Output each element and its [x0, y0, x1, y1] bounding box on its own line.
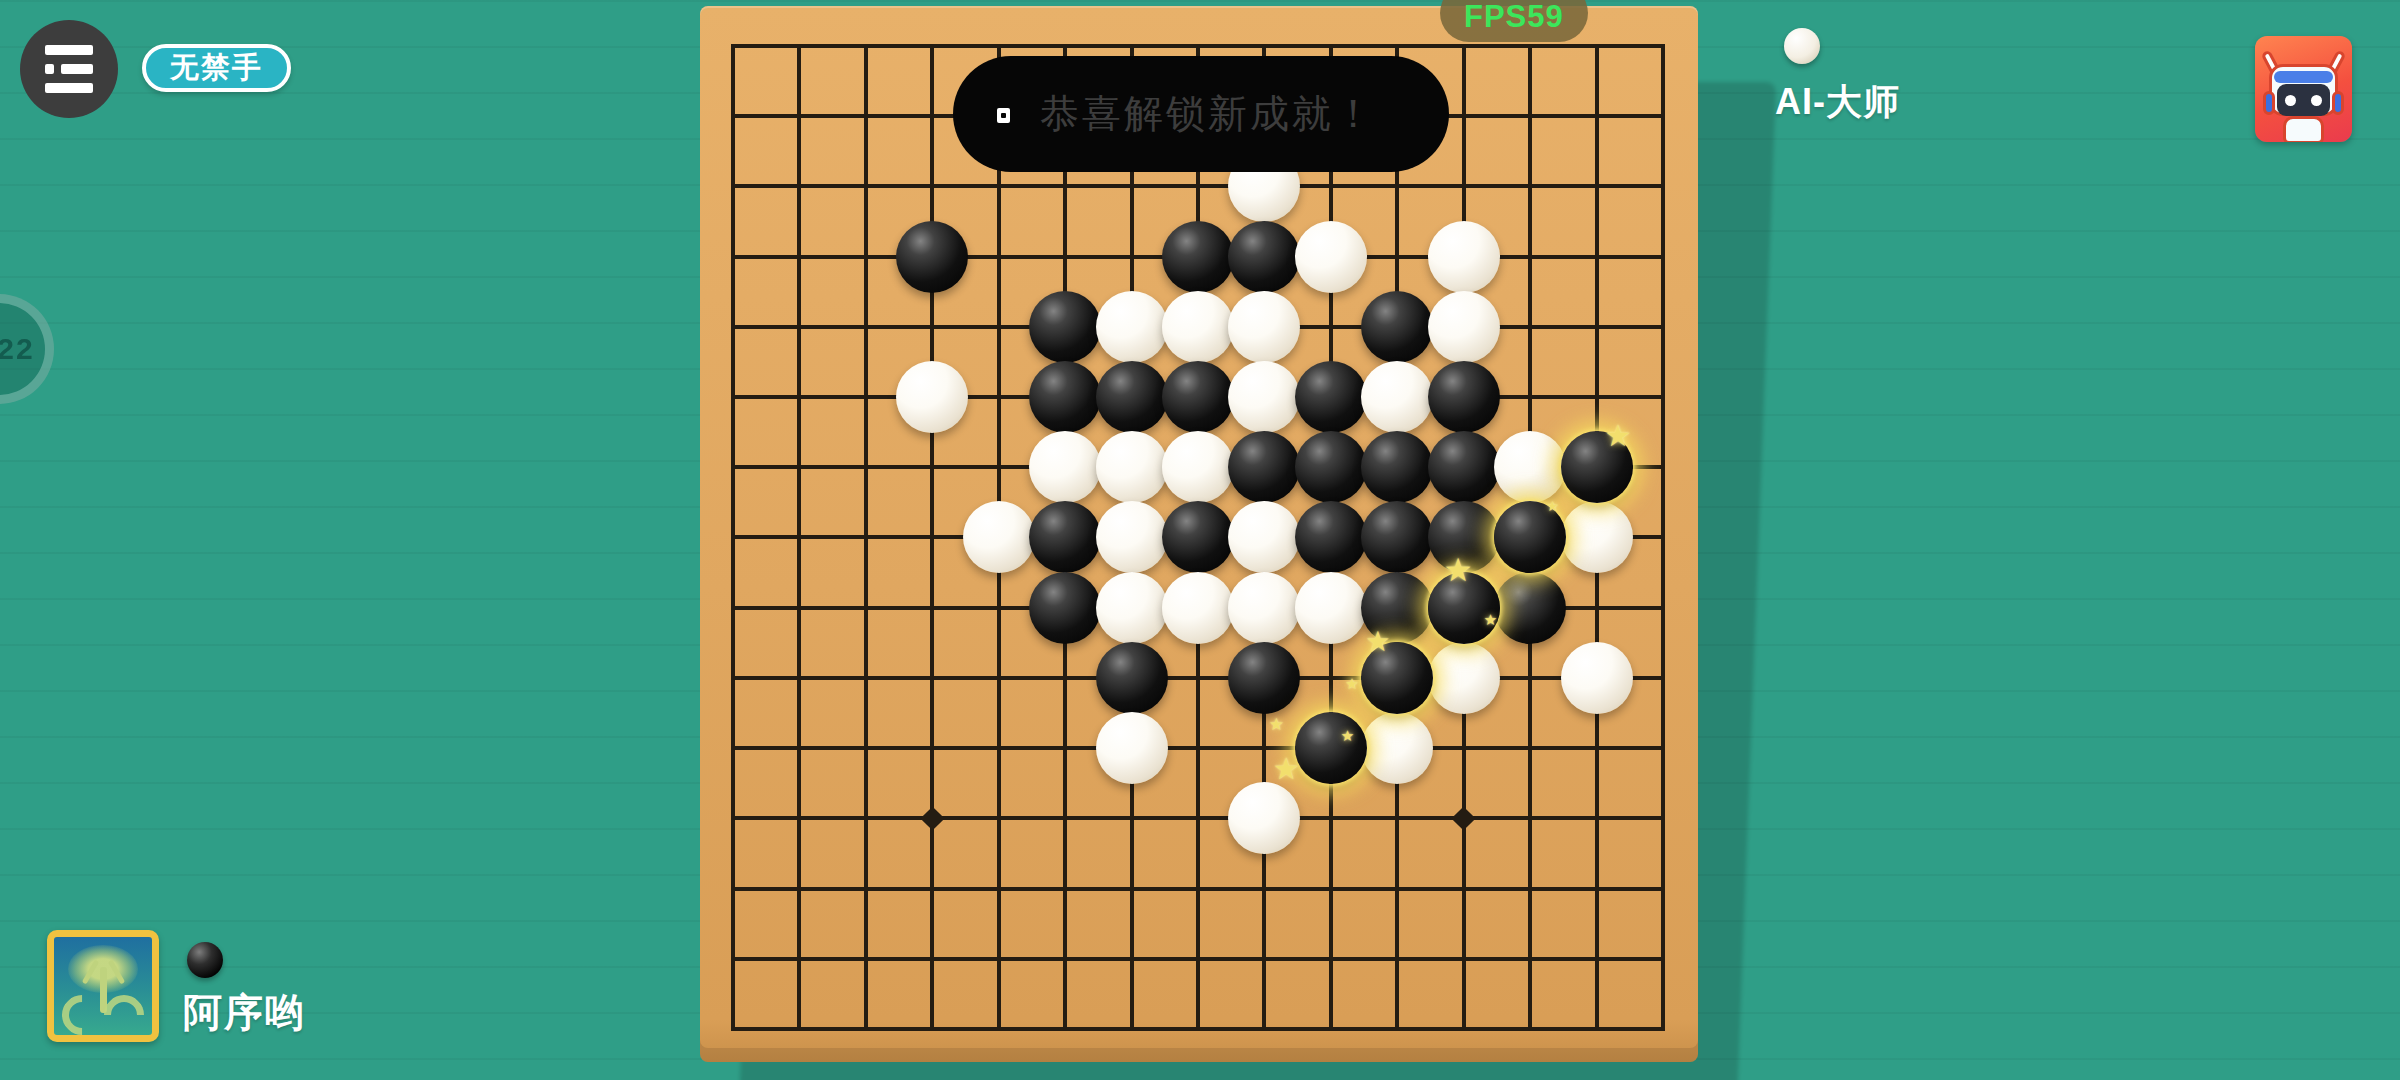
black-stone: [1295, 431, 1367, 503]
black-stone: [1228, 642, 1300, 714]
white-stone: [1295, 221, 1367, 293]
star-point: [1452, 806, 1476, 830]
hamburger-icon: [45, 45, 93, 55]
white-stone: [963, 501, 1035, 573]
white-stone: [1228, 572, 1300, 644]
white-stone: [1494, 431, 1566, 503]
white-stone: [1428, 291, 1500, 363]
sparkle-star-icon: ★: [1365, 628, 1390, 656]
white-stone: [1096, 431, 1168, 503]
sparkle-star-icon: ★: [1341, 728, 1354, 743]
white-stone: [896, 361, 968, 433]
player-avatar[interactable]: [47, 930, 159, 1042]
white-stone: [1561, 501, 1633, 573]
white-stone: [1228, 361, 1300, 433]
black-stone: [1494, 572, 1566, 644]
white-stone: [1228, 782, 1300, 854]
black-stone: [1228, 431, 1300, 503]
sparkle-star-icon: ★: [1546, 499, 1559, 513]
white-stone: [1228, 291, 1300, 363]
star-point: [920, 806, 944, 830]
white-stone: [1561, 642, 1633, 714]
achievement-icon: [997, 108, 1010, 123]
white-stone: [1295, 572, 1367, 644]
sparkle-star-icon: ★: [1269, 716, 1284, 733]
sparkle-star-icon: ★: [1273, 754, 1300, 784]
black-stone: [1295, 501, 1367, 573]
sparkle-star-icon: ★: [1605, 421, 1632, 451]
sparkle-star-icon: ★: [1444, 554, 1473, 586]
black-stone-winning: ★★★: [1295, 712, 1367, 784]
grid-line-horizontal: [731, 816, 1665, 820]
white-stone: [1428, 221, 1500, 293]
black-stone: [1361, 291, 1433, 363]
white-stone: [1096, 291, 1168, 363]
black-stone: [1029, 572, 1101, 644]
black-stone: [1361, 501, 1433, 573]
white-stone: [1228, 501, 1300, 573]
black-stone: [1029, 361, 1101, 433]
sparkle-star-icon: ★: [1345, 676, 1358, 691]
achievement-toast: 恭喜解锁新成就！: [953, 56, 1449, 172]
grid-line-vertical: [1661, 44, 1665, 1031]
black-stone-indicator: [187, 942, 223, 978]
white-stone-indicator: [1784, 28, 1820, 64]
black-stone-winning: ★★: [1361, 642, 1433, 714]
player-panel-black[interactable]: 阿序哟: [47, 930, 363, 1042]
black-stone-winning: ★★: [1428, 572, 1500, 644]
black-stone: [1162, 361, 1234, 433]
black-stone: [1428, 361, 1500, 433]
menu-button[interactable]: [20, 20, 118, 118]
white-stone: [1029, 431, 1101, 503]
grid-line-horizontal: [731, 957, 1665, 961]
black-stone: [1428, 431, 1500, 503]
white-stone: [1096, 572, 1168, 644]
black-stone: [1162, 501, 1234, 573]
timer-value: 22: [0, 332, 35, 366]
white-stone: [1428, 642, 1500, 714]
white-stone: [1361, 361, 1433, 433]
player-white-name: AI-大师: [1775, 78, 1900, 127]
black-stone: [1295, 361, 1367, 433]
white-stone: [1162, 291, 1234, 363]
black-stone: [1029, 501, 1101, 573]
white-stone: [1096, 501, 1168, 573]
black-stone: [1162, 221, 1234, 293]
ai-robot-avatar[interactable]: [2255, 36, 2352, 142]
black-stone: [1096, 642, 1168, 714]
grid-line-horizontal: [731, 887, 1665, 891]
black-stone-winning: ★: [1494, 501, 1566, 573]
fps-badge: FPS59: [1440, 0, 1588, 42]
grid-line-horizontal: [731, 676, 1665, 680]
black-stone: [1361, 431, 1433, 503]
black-stone-winning: ★: [1561, 431, 1633, 503]
black-stone: [1096, 361, 1168, 433]
player-black-name: 阿序哟: [183, 986, 306, 1040]
black-stone: [1029, 291, 1101, 363]
white-stone: [1096, 712, 1168, 784]
black-stone: [1228, 221, 1300, 293]
rule-badge-label: 无禁手: [170, 48, 263, 88]
toast-text: 恭喜解锁新成就！: [953, 87, 1449, 141]
white-stone: [1162, 431, 1234, 503]
black-stone: [896, 221, 968, 293]
rule-badge[interactable]: 无禁手: [142, 44, 291, 92]
grid-line-horizontal: [731, 1027, 1665, 1031]
fps-value: FPS59: [1464, 0, 1564, 35]
sparkle-star-icon: ★: [1484, 612, 1497, 627]
white-stone: [1162, 572, 1234, 644]
grid-line-horizontal: [731, 746, 1665, 750]
white-stone: [1361, 712, 1433, 784]
